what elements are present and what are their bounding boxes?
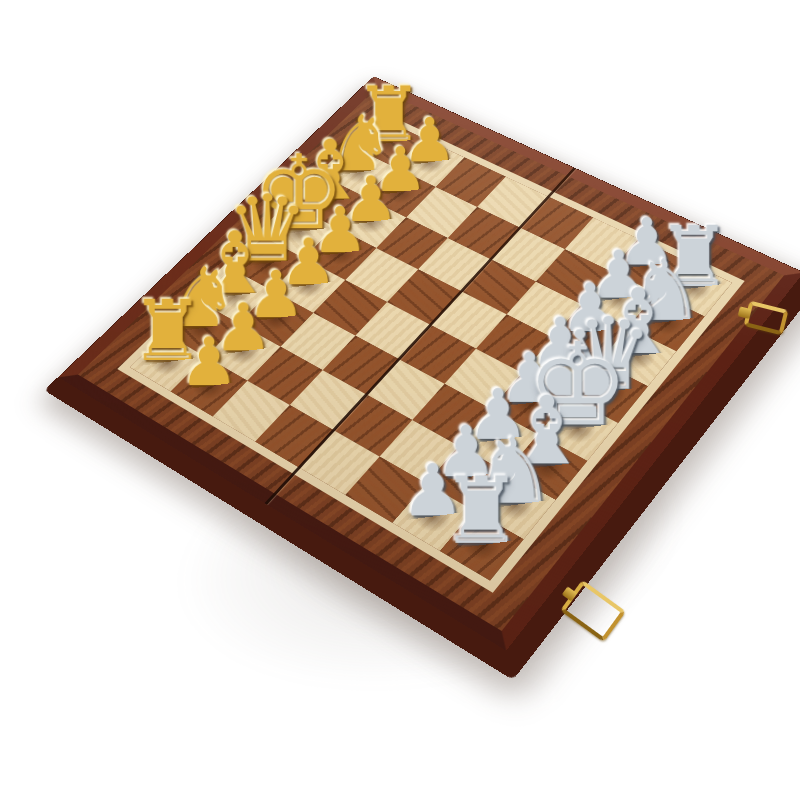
rook-glyph: ♜ (440, 469, 523, 554)
photo-stage: ♜♟♟♜♞♟♟♞♝♟♟♝♚♟♟♛♛♟♟♚♝♟♟♝♞♟♟♞♜♟♟♜ (0, 0, 800, 800)
piece-gold-pawn[interactable]: ♟ (138, 260, 280, 394)
pawn-glyph: ♟ (179, 333, 239, 395)
square-a1[interactable]: ♜ (440, 511, 523, 581)
piece-silver-rook[interactable]: ♜ (405, 408, 560, 554)
